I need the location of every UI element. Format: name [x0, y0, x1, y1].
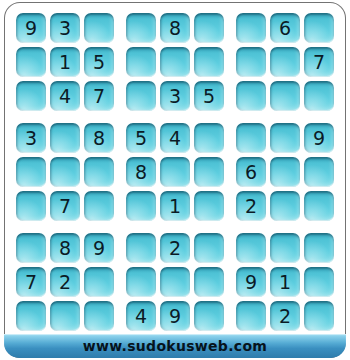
- cell-r1c3[interactable]: [84, 13, 114, 43]
- cell-r3c3[interactable]: 7: [84, 81, 114, 111]
- cell-r8c4[interactable]: [126, 267, 156, 297]
- cell-r1c6[interactable]: [194, 13, 224, 43]
- cell-r6c2[interactable]: 7: [50, 191, 80, 221]
- cell-r2c3[interactable]: 5: [84, 47, 114, 77]
- sudoku-page: 9315478356738754819628972249912 www.sudo…: [0, 0, 350, 360]
- box-2-2: 5481: [123, 120, 227, 224]
- cell-r4c6[interactable]: [194, 123, 224, 153]
- cell-r7c8[interactable]: [270, 233, 300, 263]
- sudoku-grid: 9315478356738754819628972249912: [13, 10, 337, 334]
- cell-r9c5[interactable]: 9: [160, 301, 190, 331]
- cell-r6c7[interactable]: 2: [236, 191, 266, 221]
- cell-r8c9[interactable]: [304, 267, 334, 297]
- cell-r7c5[interactable]: 2: [160, 233, 190, 263]
- cell-r9c8[interactable]: 2: [270, 301, 300, 331]
- cell-r1c5[interactable]: 8: [160, 13, 190, 43]
- box-2-3: 962: [233, 120, 337, 224]
- cell-r3c2[interactable]: 4: [50, 81, 80, 111]
- cell-r4c4[interactable]: 5: [126, 123, 156, 153]
- cell-r4c5[interactable]: 4: [160, 123, 190, 153]
- site-url-link[interactable]: www.sudokusweb.com: [83, 338, 267, 354]
- box-1-3: 67: [233, 10, 337, 114]
- cell-r7c4[interactable]: [126, 233, 156, 263]
- cell-r4c2[interactable]: [50, 123, 80, 153]
- cell-r7c1[interactable]: [16, 233, 46, 263]
- cell-r6c3[interactable]: [84, 191, 114, 221]
- cell-r9c1[interactable]: [16, 301, 46, 331]
- cell-r3c8[interactable]: [270, 81, 300, 111]
- cell-r8c5[interactable]: [160, 267, 190, 297]
- box-1-1: 931547: [13, 10, 117, 114]
- box-2-1: 387: [13, 120, 117, 224]
- cell-r2c2[interactable]: 1: [50, 47, 80, 77]
- cell-r1c8[interactable]: 6: [270, 13, 300, 43]
- cell-r2c7[interactable]: [236, 47, 266, 77]
- cell-r6c8[interactable]: [270, 191, 300, 221]
- cell-r9c2[interactable]: [50, 301, 80, 331]
- sudoku-board-frame: 9315478356738754819628972249912 www.sudo…: [4, 2, 346, 358]
- cell-r5c8[interactable]: [270, 157, 300, 187]
- box-1-2: 835: [123, 10, 227, 114]
- cell-r7c6[interactable]: [194, 233, 224, 263]
- cell-r9c9[interactable]: [304, 301, 334, 331]
- cell-r2c1[interactable]: [16, 47, 46, 77]
- cell-r5c1[interactable]: [16, 157, 46, 187]
- cell-r4c7[interactable]: [236, 123, 266, 153]
- cell-r3c1[interactable]: [16, 81, 46, 111]
- cell-r2c8[interactable]: [270, 47, 300, 77]
- cell-r5c9[interactable]: [304, 157, 334, 187]
- cell-r4c3[interactable]: 8: [84, 123, 114, 153]
- cell-r3c9[interactable]: [304, 81, 334, 111]
- cell-r1c1[interactable]: 9: [16, 13, 46, 43]
- cell-r5c4[interactable]: 8: [126, 157, 156, 187]
- cell-r8c3[interactable]: [84, 267, 114, 297]
- cell-r5c5[interactable]: [160, 157, 190, 187]
- box-3-3: 912: [233, 230, 337, 334]
- cell-r9c3[interactable]: [84, 301, 114, 331]
- cell-r2c4[interactable]: [126, 47, 156, 77]
- cell-r7c9[interactable]: [304, 233, 334, 263]
- cell-r8c6[interactable]: [194, 267, 224, 297]
- cell-r5c6[interactable]: [194, 157, 224, 187]
- cell-r3c4[interactable]: [126, 81, 156, 111]
- cell-r8c1[interactable]: 7: [16, 267, 46, 297]
- cell-r5c7[interactable]: 6: [236, 157, 266, 187]
- cell-r5c3[interactable]: [84, 157, 114, 187]
- cell-r6c4[interactable]: [126, 191, 156, 221]
- cell-r8c7[interactable]: 9: [236, 267, 266, 297]
- cell-r1c2[interactable]: 3: [50, 13, 80, 43]
- cell-r1c7[interactable]: [236, 13, 266, 43]
- cell-r7c7[interactable]: [236, 233, 266, 263]
- cell-r6c6[interactable]: [194, 191, 224, 221]
- cell-r3c7[interactable]: [236, 81, 266, 111]
- footer-bar: www.sudokusweb.com: [4, 334, 346, 358]
- cell-r4c1[interactable]: 3: [16, 123, 46, 153]
- cell-r5c2[interactable]: [50, 157, 80, 187]
- cell-r3c6[interactable]: 5: [194, 81, 224, 111]
- cell-r7c2[interactable]: 8: [50, 233, 80, 263]
- box-3-2: 249: [123, 230, 227, 334]
- cell-r2c9[interactable]: 7: [304, 47, 334, 77]
- cell-r6c9[interactable]: [304, 191, 334, 221]
- cell-r4c9[interactable]: 9: [304, 123, 334, 153]
- cell-r4c8[interactable]: [270, 123, 300, 153]
- cell-r7c3[interactable]: 9: [84, 233, 114, 263]
- cell-r8c2[interactable]: 2: [50, 267, 80, 297]
- cell-r9c6[interactable]: [194, 301, 224, 331]
- cell-r9c7[interactable]: [236, 301, 266, 331]
- cell-r2c6[interactable]: [194, 47, 224, 77]
- cell-r6c5[interactable]: 1: [160, 191, 190, 221]
- cell-r8c8[interactable]: 1: [270, 267, 300, 297]
- cell-r9c4[interactable]: 4: [126, 301, 156, 331]
- cell-r1c4[interactable]: [126, 13, 156, 43]
- cell-r3c5[interactable]: 3: [160, 81, 190, 111]
- cell-r6c1[interactable]: [16, 191, 46, 221]
- cell-r1c9[interactable]: [304, 13, 334, 43]
- cell-r2c5[interactable]: [160, 47, 190, 77]
- box-3-1: 8972: [13, 230, 117, 334]
